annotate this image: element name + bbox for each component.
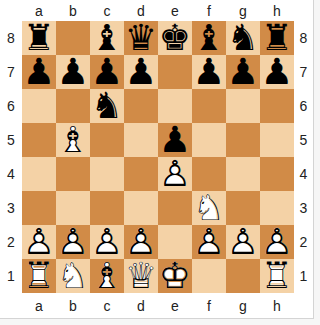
file-label-e-bottom: e [158,294,192,318]
piece-black-bishop: ♝ [90,21,124,55]
square-c7[interactable]: ♟ [90,55,124,89]
chessboard-panel: a b c d e f g h 8 7 6 5 4 3 2 1 ♜♝♛♚♝♞♜♟… [0,0,314,319]
piece-black-queen: ♛ [124,21,158,55]
square-g6[interactable] [226,89,260,123]
piece-black-knight: ♞ [90,89,124,123]
square-g1[interactable] [226,259,260,293]
square-e5[interactable]: ♟ [158,123,192,157]
square-b3[interactable] [56,191,90,225]
square-f3[interactable]: ♞♘ [192,191,226,225]
rank-label-1-right: 1 [294,259,313,293]
square-d2[interactable]: ♟♙ [124,225,158,259]
piece-white-knight: ♞♘ [192,191,226,225]
square-a8[interactable]: ♜ [22,21,56,55]
file-label-d-bottom: d [124,294,158,318]
piece-white-pawn: ♟♙ [226,225,260,259]
square-h8[interactable]: ♜ [260,21,294,55]
file-label-c-bottom: c [90,294,124,318]
rank-label-5-left: 5 [0,123,22,157]
square-b2[interactable]: ♟♙ [56,225,90,259]
square-g5[interactable] [226,123,260,157]
square-g8[interactable]: ♞ [226,21,260,55]
square-h7[interactable]: ♟ [260,55,294,89]
square-f2[interactable]: ♟♙ [192,225,226,259]
piece-black-pawn: ♟ [22,55,56,89]
piece-white-king: ♚♔ [158,259,192,293]
file-label-g-bottom: g [226,294,260,318]
chess-board: ♜♝♛♚♝♞♜♟♟♟♟♟♟♟♞♝♗♟♟♙♞♘♟♙♟♙♟♙♟♙♟♙♟♙♟♙♜♖♞♘… [22,21,294,293]
square-e3[interactable] [158,191,192,225]
square-b4[interactable] [56,157,90,191]
square-b1[interactable]: ♞♘ [56,259,90,293]
square-d7[interactable]: ♟ [124,55,158,89]
rank-labels-left: 8 7 6 5 4 3 2 1 [0,21,22,293]
file-label-h-bottom: h [260,294,294,318]
piece-black-bishop: ♝ [192,21,226,55]
square-a2[interactable]: ♟♙ [22,225,56,259]
square-c5[interactable] [90,123,124,157]
square-c2[interactable]: ♟♙ [90,225,124,259]
square-b5[interactable]: ♝♗ [56,123,90,157]
piece-white-rook: ♜♖ [22,259,56,293]
piece-black-pawn: ♟ [260,55,294,89]
rank-label-8-left: 8 [0,21,22,55]
piece-black-rook: ♜ [22,21,56,55]
file-label-b-bottom: b [56,294,90,318]
square-h5[interactable] [260,123,294,157]
piece-black-pawn: ♟ [226,55,260,89]
square-e4[interactable]: ♟♙ [158,157,192,191]
square-d6[interactable] [124,89,158,123]
square-d5[interactable] [124,123,158,157]
square-e1[interactable]: ♚♔ [158,259,192,293]
square-c8[interactable]: ♝ [90,21,124,55]
square-e8[interactable]: ♚ [158,21,192,55]
square-e2[interactable] [158,225,192,259]
square-b8[interactable] [56,21,90,55]
square-c4[interactable] [90,157,124,191]
square-d1[interactable]: ♛♕ [124,259,158,293]
piece-black-pawn: ♟ [56,55,90,89]
square-c1[interactable]: ♝♗ [90,259,124,293]
square-a3[interactable] [22,191,56,225]
piece-white-pawn: ♟♙ [56,225,90,259]
piece-white-bishop: ♝♗ [56,123,90,157]
rank-label-1-left: 1 [0,259,22,293]
piece-black-king: ♚ [158,21,192,55]
square-f6[interactable] [192,89,226,123]
square-f5[interactable] [192,123,226,157]
rank-label-2-left: 2 [0,225,22,259]
square-h6[interactable] [260,89,294,123]
rank-label-7-right: 7 [294,55,313,89]
square-g2[interactable]: ♟♙ [226,225,260,259]
piece-white-knight: ♞♘ [56,259,90,293]
rank-label-4-right: 4 [294,157,313,191]
piece-black-pawn: ♟ [90,55,124,89]
file-label-f-bottom: f [192,294,226,318]
piece-white-rook: ♜♖ [260,259,294,293]
piece-white-pawn: ♟♙ [158,157,192,191]
rank-label-6-right: 6 [294,89,313,123]
piece-white-pawn: ♟♙ [260,225,294,259]
square-d8[interactable]: ♛ [124,21,158,55]
square-h3[interactable] [260,191,294,225]
rank-label-3-left: 3 [0,191,22,225]
piece-black-pawn: ♟ [124,55,158,89]
square-a1[interactable]: ♜♖ [22,259,56,293]
square-f4[interactable] [192,157,226,191]
piece-white-pawn: ♟♙ [124,225,158,259]
square-c6[interactable]: ♞ [90,89,124,123]
piece-black-pawn: ♟ [158,123,192,157]
rank-labels-right: 8 7 6 5 4 3 2 1 [294,21,313,293]
square-d4[interactable] [124,157,158,191]
square-e7[interactable] [158,55,192,89]
square-f7[interactable]: ♟ [192,55,226,89]
piece-white-queen: ♛♕ [124,259,158,293]
square-g7[interactable]: ♟ [226,55,260,89]
file-labels-bottom: a b c d e f g h [22,294,294,318]
rank-label-5-right: 5 [294,123,313,157]
square-g3[interactable] [226,191,260,225]
file-label-a-bottom: a [22,294,56,318]
square-d3[interactable] [124,191,158,225]
rank-label-7-left: 7 [0,55,22,89]
square-a4[interactable] [22,157,56,191]
piece-white-pawn: ♟♙ [22,225,56,259]
piece-black-knight: ♞ [226,21,260,55]
file-label-b-top: b [56,0,90,21]
square-b7[interactable]: ♟ [56,55,90,89]
piece-white-pawn: ♟♙ [192,225,226,259]
rank-label-4-left: 4 [0,157,22,191]
square-c3[interactable] [90,191,124,225]
square-f8[interactable]: ♝ [192,21,226,55]
piece-white-bishop: ♝♗ [90,259,124,293]
piece-white-pawn: ♟♙ [90,225,124,259]
rank-label-6-left: 6 [0,89,22,123]
square-f1[interactable] [192,259,226,293]
square-h2[interactable]: ♟♙ [260,225,294,259]
square-b6[interactable] [56,89,90,123]
square-e6[interactable] [158,89,192,123]
square-h4[interactable] [260,157,294,191]
rank-label-3-right: 3 [294,191,313,225]
square-g4[interactable] [226,157,260,191]
square-a5[interactable] [22,123,56,157]
piece-black-pawn: ♟ [192,55,226,89]
rank-label-8-right: 8 [294,21,313,55]
square-a6[interactable] [22,89,56,123]
square-a7[interactable]: ♟ [22,55,56,89]
piece-black-rook: ♜ [260,21,294,55]
rank-label-2-right: 2 [294,225,313,259]
square-h1[interactable]: ♜♖ [260,259,294,293]
